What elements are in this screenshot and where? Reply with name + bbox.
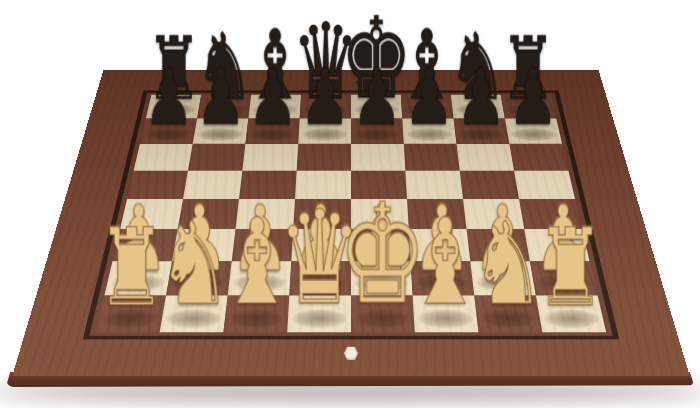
square-h1[interactable]: ♜: [536, 296, 606, 333]
square-a1[interactable]: ♜: [96, 296, 166, 333]
square-a6[interactable]: [134, 144, 193, 171]
square-b7[interactable]: ♟: [193, 119, 249, 144]
square-d6[interactable]: [297, 144, 351, 171]
square-c7[interactable]: ♟: [245, 119, 299, 144]
white-knight[interactable]: ♞: [471, 207, 545, 321]
white-rook[interactable]: ♜: [97, 214, 166, 321]
chess-board: ♜♞♝♛♚♝♞♜♟♟♟♟♟♟♟♟♟♟♟♟♟♟♟♟♜♞♝♛♚♝♞♜: [12, 70, 690, 376]
square-h6[interactable]: [509, 144, 568, 171]
square-g7[interactable]: ♟: [454, 119, 510, 144]
square-b6[interactable]: [188, 144, 245, 171]
board-grid: ♜♞♝♛♚♝♞♜♟♟♟♟♟♟♟♟♟♟♟♟♟♟♟♟♜♞♝♛♚♝♞♜: [96, 95, 606, 333]
maker-hexagon-inlay: [344, 347, 358, 360]
square-f7[interactable]: ♟: [402, 119, 456, 144]
square-e7[interactable]: ♟: [351, 119, 404, 144]
product-photo-stage: ♜♞♝♛♚♝♞♜♟♟♟♟♟♟♟♟♟♟♟♟♟♟♟♟♜♞♝♛♚♝♞♜: [0, 0, 700, 408]
square-g6[interactable]: [457, 144, 514, 171]
black-pawn[interactable]: ♟: [456, 58, 506, 136]
square-h7[interactable]: ♟: [505, 119, 562, 144]
square-c6[interactable]: [242, 144, 298, 171]
square-f6[interactable]: [404, 144, 460, 171]
square-g1[interactable]: ♞: [474, 296, 542, 333]
white-rook[interactable]: ♜: [536, 214, 605, 321]
black-pawn[interactable]: ♟: [508, 58, 558, 136]
black-pawn[interactable]: ♟: [352, 58, 402, 136]
black-pawn[interactable]: ♟: [144, 58, 194, 136]
black-pawn[interactable]: ♟: [300, 58, 350, 136]
square-e6[interactable]: [351, 144, 405, 171]
black-pawn[interactable]: ♟: [196, 58, 246, 136]
square-d7[interactable]: ♟: [298, 119, 351, 144]
black-pawn[interactable]: ♟: [404, 58, 454, 136]
square-b1[interactable]: ♞: [160, 296, 228, 333]
black-pawn[interactable]: ♟: [248, 58, 298, 136]
square-e1[interactable]: ♚: [351, 296, 415, 333]
square-a7[interactable]: ♟: [140, 119, 197, 144]
square-f1[interactable]: ♝: [413, 296, 479, 333]
